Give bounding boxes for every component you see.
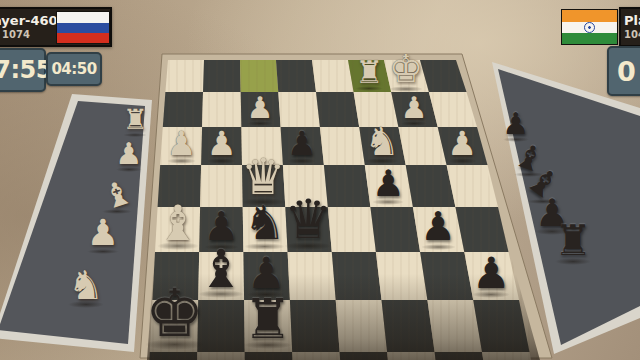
piece-glyph: ♟ [446,127,479,160]
piece-glyph: ♟ [399,93,429,123]
clock-right: 0 [607,46,640,96]
piece-white-pawn-f2[interactable]: ♟ [245,93,275,123]
piece-glyph: ♞ [66,265,106,305]
piece-glyph: ♞ [241,200,288,247]
piece-black-pawn-b5[interactable]: ♟ [418,207,458,247]
piece-black-rook-f7[interactable]: ♜ [240,292,295,347]
india-flag-icon [561,9,618,45]
piece-glyph: ♜ [240,292,295,347]
piece-glyph: ♚ [387,50,425,88]
piece-glyph: ♟ [114,139,144,169]
piece-white-rook-c1[interactable]: ♜ [354,57,385,88]
player-left-text: Player-460 1074 [0,13,56,41]
piece-glyph: ♛ [281,193,335,247]
piece-glyph: ♜ [121,106,149,134]
piece-glyph: ♜ [552,220,594,262]
piece-glyph: ♟ [245,93,275,123]
player-left-rating: 1074 [0,29,53,40]
piece-glyph: ♟ [418,207,458,247]
piece-glyph: ♟ [85,215,121,251]
piece-black-pawn-e3[interactable]: ♟ [285,127,318,160]
piece-glyph: ♟ [205,127,238,160]
piece-glyph: ♚ [141,280,208,347]
player-panel-right: Player- 1040 [619,7,640,47]
piece-black-king-h7[interactable]: ♚ [141,280,208,347]
captured-black-rook[interactable]: ♜ [552,220,594,262]
player-right-rating: 1040 [624,29,640,40]
piece-glyph: ♟ [285,127,318,160]
piece-white-knight-c3[interactable]: ♞ [362,122,401,161]
piece-white-pawn-b2[interactable]: ♟ [399,93,429,123]
piece-glyph: ♜ [354,57,385,88]
captured-white-rook[interactable]: ♜ [121,106,149,134]
captured-white-bishop[interactable]: ♝ [101,178,134,211]
piece-glyph: ♝ [154,199,202,247]
captured-white-knight[interactable]: ♞ [66,265,106,305]
piece-glyph: ♟ [470,252,513,295]
piece-glyph: ♟ [370,166,407,203]
piece-white-pawn-a3[interactable]: ♟ [446,127,479,160]
player-right-text: Player- 1040 [621,13,640,41]
piece-glyph: ♟ [165,127,198,160]
clock-left-secondary: 04:50 [46,52,102,86]
player-right-name: Player- [624,14,640,29]
player-left-name: Player-460 [0,14,53,29]
piece-black-pawn-c4[interactable]: ♟ [370,166,407,203]
piece-black-pawn-a6[interactable]: ♟ [470,252,513,295]
clock-left-main: 07:55 [0,48,46,92]
piece-black-knight-f5[interactable]: ♞ [241,200,288,247]
piece-white-bishop-h5[interactable]: ♝ [154,199,202,247]
ashoka-chakra-icon [584,22,595,33]
captured-white-pawn[interactable]: ♟ [114,139,144,169]
piece-black-queen-e5[interactable]: ♛ [281,193,335,247]
piece-white-pawn-g3[interactable]: ♟ [205,127,238,160]
russia-flag-icon [56,11,110,44]
player-panel-left: Player-460 1074 [0,7,112,47]
piece-glyph: ♝ [96,174,138,216]
piece-glyph: ♞ [362,122,401,161]
captured-white-pawn[interactable]: ♟ [85,215,121,251]
piece-white-pawn-h3[interactable]: ♟ [165,127,198,160]
piece-white-king-b1[interactable]: ♚ [387,50,425,88]
